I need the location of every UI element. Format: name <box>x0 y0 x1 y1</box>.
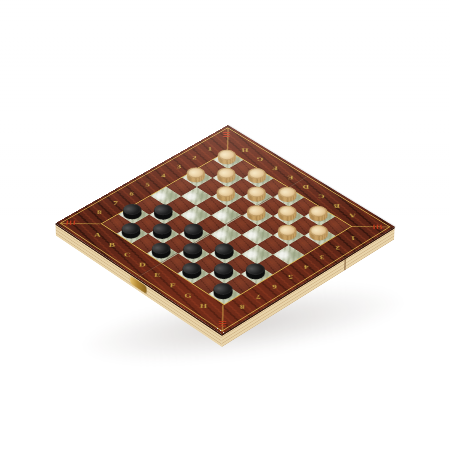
square-g5 <box>241 245 273 265</box>
frame-corner-red-ornament <box>219 320 226 327</box>
frame-corner-red-ornament <box>66 220 76 224</box>
frame-corner-red-ornament <box>223 131 230 137</box>
square-e5 <box>211 225 242 244</box>
product-photo-scene: ABCDEFGH87654321HGFEDCBA87654321 <box>0 0 450 450</box>
frame-corner-red-ornament <box>373 225 383 229</box>
side-panel-seam <box>344 259 346 271</box>
frame-corner-miter-line <box>222 305 224 332</box>
square-h4 <box>273 245 305 265</box>
square-f4 <box>242 225 273 244</box>
frame-corner-miter-line <box>351 226 391 227</box>
